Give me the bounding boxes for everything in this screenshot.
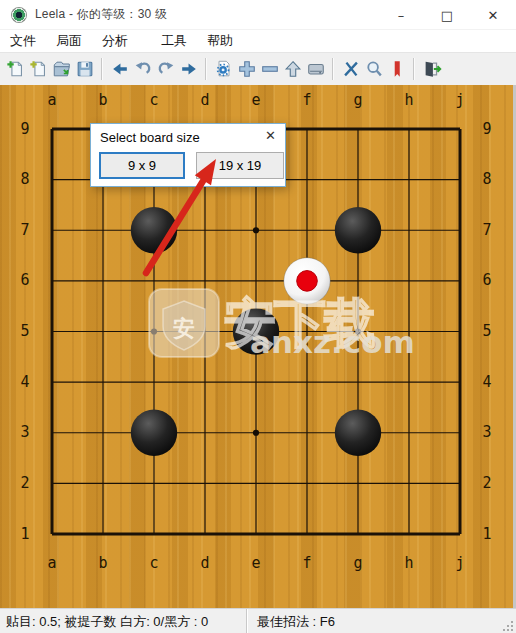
toolbar-separator (332, 58, 334, 80)
zoom-out-icon[interactable] (258, 56, 281, 82)
row-label-right: 6 (482, 271, 491, 289)
col-label-top: h (404, 91, 413, 109)
row-label-left: 2 (20, 474, 29, 492)
dialog-titlebar[interactable]: Select board size ✕ (91, 124, 285, 150)
row-label-left: 4 (20, 373, 29, 391)
status-komi-captures: 贴目: 0.5; 被提子数 白方: 0/黑方 : 0 (0, 613, 246, 631)
col-label-bottom: g (353, 554, 362, 572)
watermark-icon-char: 安 (173, 316, 195, 341)
menu-item-help[interactable]: 帮助 (197, 30, 243, 52)
board-size-19x19-button[interactable]: 19 x 19 (196, 152, 284, 179)
search-icon[interactable] (362, 56, 385, 82)
col-label-bottom: j (455, 554, 464, 572)
dialog-title: Select board size (91, 130, 200, 145)
score-icon[interactable] (212, 56, 235, 82)
col-label-top: g (353, 91, 362, 109)
black-stone-G7 (335, 207, 381, 253)
new-game-icon[interactable] (4, 56, 27, 82)
col-label-bottom: b (98, 554, 107, 572)
minimize-button[interactable]: – (378, 0, 424, 30)
col-label-bottom: d (200, 554, 209, 572)
menu-item-tools[interactable]: 工具 (151, 30, 197, 52)
col-label-bottom: a (47, 554, 56, 572)
board-area: aabbccddeeffgghhjj998877665544332211 安 安… (0, 85, 516, 608)
col-label-top: a (47, 91, 56, 109)
black-stone-C3 (131, 410, 177, 456)
new-handicap-game-icon[interactable] (27, 56, 50, 82)
row-label-right: 1 (482, 525, 491, 543)
black-stone-C7 (131, 207, 177, 253)
col-label-top: f (302, 91, 311, 109)
black-stone-G3 (335, 410, 381, 456)
dialog-close-icon[interactable]: ✕ (265, 128, 276, 143)
col-label-bottom: e (251, 554, 260, 572)
row-label-right: 3 (482, 423, 491, 441)
delete-analysis-icon[interactable] (339, 56, 362, 82)
col-label-top: d (200, 91, 209, 109)
go-first-icon[interactable] (108, 56, 131, 82)
col-label-top: e (251, 91, 260, 109)
col-label-bottom: h (404, 554, 413, 572)
toolbar (0, 52, 516, 85)
row-label-left: 3 (20, 423, 29, 441)
col-label-top: b (98, 91, 107, 109)
row-label-left: 1 (20, 525, 29, 543)
status-best-move: 最佳招法 : F6 (248, 613, 335, 631)
go-last-icon[interactable] (177, 56, 200, 82)
last-move-dot (297, 271, 318, 292)
status-bar: 贴目: 0.5; 被提子数 白方: 0/黑方 : 0 最佳招法 : F6 (0, 608, 516, 633)
last-move-marker (297, 271, 318, 292)
menu-item-file[interactable]: 文件 (0, 30, 46, 52)
col-label-top: j (455, 91, 464, 109)
watermark-domain: anxz.com (250, 324, 415, 360)
menu-item-position[interactable]: 局面 (46, 30, 92, 52)
save-icon[interactable] (73, 56, 96, 82)
title-bar[interactable]: Leela - 你的等级：30 级 – □ ✕ (0, 0, 516, 30)
bookmark-icon[interactable] (385, 56, 408, 82)
maximize-button[interactable]: □ (424, 0, 470, 30)
leela-window: Leela - 你的等级：30 级 – □ ✕ 文件 局面 分析 工具 帮助 (0, 0, 516, 633)
redo-icon[interactable] (154, 56, 177, 82)
pass-move-icon[interactable] (281, 56, 304, 82)
toolbar-separator (205, 58, 207, 80)
app-icon (11, 7, 27, 23)
row-label-left: 6 (20, 271, 29, 289)
board-size-9x9-button[interactable]: 9 x 9 (99, 152, 185, 179)
open-file-icon[interactable] (50, 56, 73, 82)
watermark: 安 安下载 anxz.com (149, 289, 415, 360)
row-label-right: 9 (482, 120, 491, 138)
col-label-bottom: f (302, 554, 311, 572)
window-title: Leela - 你的等级：30 级 (35, 6, 167, 23)
undo-icon[interactable] (131, 56, 154, 82)
exit-icon[interactable] (420, 56, 443, 82)
close-button[interactable]: ✕ (470, 0, 516, 30)
menu-item-analysis[interactable]: 分析 (92, 30, 138, 52)
toolbar-separator (413, 58, 415, 80)
row-label-right: 5 (482, 322, 491, 340)
row-label-right: 7 (482, 221, 491, 239)
row-label-right: 4 (482, 373, 491, 391)
menu-bar: 文件 局面 分析 工具 帮助 (0, 30, 516, 52)
col-label-top: c (149, 91, 158, 109)
toolbar-separator (101, 58, 103, 80)
disk-icon[interactable] (304, 56, 327, 82)
row-label-right: 2 (482, 474, 491, 492)
resize-grip[interactable] (502, 620, 514, 632)
row-label-right: 8 (482, 170, 491, 188)
col-label-bottom: c (149, 554, 158, 572)
row-label-left: 7 (20, 221, 29, 239)
row-label-left: 9 (20, 120, 29, 138)
row-label-left: 8 (20, 170, 29, 188)
select-board-size-dialog: Select board size ✕ 9 x 9 19 x 19 (90, 123, 286, 187)
row-label-left: 5 (20, 322, 29, 340)
zoom-in-icon[interactable] (235, 56, 258, 82)
